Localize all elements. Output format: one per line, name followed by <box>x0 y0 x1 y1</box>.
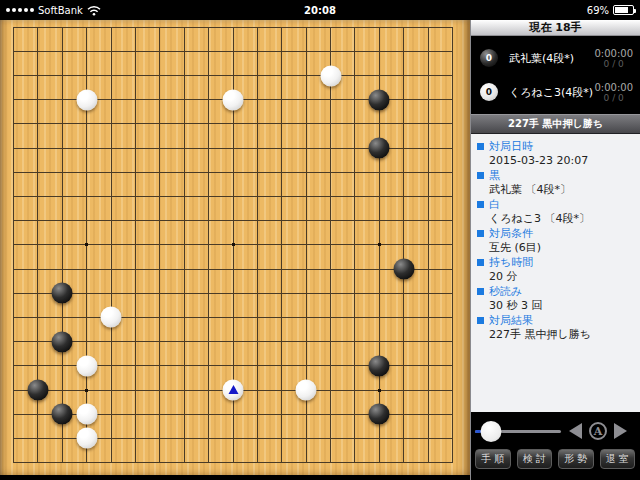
board-point-A16[interactable] <box>1 88 25 112</box>
board-point-S12[interactable] <box>416 184 440 208</box>
board-point-R7[interactable] <box>392 305 416 329</box>
board-point-B8[interactable] <box>26 281 50 305</box>
board-point-F6[interactable] <box>123 330 147 354</box>
board-point-J9[interactable] <box>196 257 220 281</box>
board-point-G18[interactable] <box>148 39 172 63</box>
board-point-R16[interactable] <box>392 88 416 112</box>
board-point-O18[interactable] <box>318 39 342 63</box>
board-point-H14[interactable] <box>172 136 196 160</box>
board-point-P16[interactable] <box>343 88 367 112</box>
board-point-P18[interactable] <box>343 39 367 63</box>
board-point-P15[interactable] <box>343 112 367 136</box>
board-point-T11[interactable] <box>440 209 464 233</box>
board-point-A5[interactable] <box>1 354 25 378</box>
board-point-C16[interactable] <box>50 88 74 112</box>
board-point-C4[interactable] <box>50 378 74 402</box>
board-point-O5[interactable] <box>318 354 342 378</box>
board-point-E1[interactable] <box>99 450 123 474</box>
board-point-L12[interactable] <box>245 184 269 208</box>
board-point-D2[interactable] <box>74 426 98 450</box>
board-point-B14[interactable] <box>26 136 50 160</box>
exit-room-button[interactable]: 退室 <box>600 449 636 469</box>
board-point-R19[interactable] <box>392 20 416 39</box>
board-point-P4[interactable] <box>343 378 367 402</box>
board-point-N19[interactable] <box>294 20 318 39</box>
board-point-P10[interactable] <box>343 233 367 257</box>
board-point-M11[interactable] <box>270 209 294 233</box>
board-point-Q12[interactable] <box>367 184 391 208</box>
board-point-F14[interactable] <box>123 136 147 160</box>
board-point-N2[interactable] <box>294 426 318 450</box>
board-point-N14[interactable] <box>294 136 318 160</box>
board-point-R15[interactable] <box>392 112 416 136</box>
board-point-G11[interactable] <box>148 209 172 233</box>
board-point-H3[interactable] <box>172 402 196 426</box>
board-point-T13[interactable] <box>440 160 464 184</box>
board-point-Q16[interactable] <box>367 88 391 112</box>
board-point-T4[interactable] <box>440 378 464 402</box>
board-point-O12[interactable] <box>318 184 342 208</box>
board-point-M2[interactable] <box>270 426 294 450</box>
board-point-P11[interactable] <box>343 209 367 233</box>
board-point-C18[interactable] <box>50 39 74 63</box>
board-point-H4[interactable] <box>172 378 196 402</box>
board-point-F15[interactable] <box>123 112 147 136</box>
board-point-S15[interactable] <box>416 112 440 136</box>
board-point-S3[interactable] <box>416 402 440 426</box>
board-point-K2[interactable] <box>221 426 245 450</box>
board-point-G7[interactable] <box>148 305 172 329</box>
board-point-K13[interactable] <box>221 160 245 184</box>
board-point-K7[interactable] <box>221 305 245 329</box>
board-point-M14[interactable] <box>270 136 294 160</box>
board-point-R13[interactable] <box>392 160 416 184</box>
board-point-L15[interactable] <box>245 112 269 136</box>
board-point-A11[interactable] <box>1 209 25 233</box>
board-point-K10[interactable] <box>221 233 245 257</box>
board-point-J13[interactable] <box>196 160 220 184</box>
board-point-T19[interactable] <box>440 20 464 39</box>
board-point-A1[interactable] <box>1 450 25 474</box>
board-point-D11[interactable] <box>74 209 98 233</box>
board-point-B17[interactable] <box>26 63 50 87</box>
board-point-R9[interactable] <box>392 257 416 281</box>
board-point-S9[interactable] <box>416 257 440 281</box>
board-point-P9[interactable] <box>343 257 367 281</box>
board-point-M16[interactable] <box>270 88 294 112</box>
board-point-C6[interactable] <box>50 330 74 354</box>
board-point-T16[interactable] <box>440 88 464 112</box>
board-point-A13[interactable] <box>1 160 25 184</box>
board-point-O10[interactable] <box>318 233 342 257</box>
board-point-D14[interactable] <box>74 136 98 160</box>
board-point-M3[interactable] <box>270 402 294 426</box>
board-point-E5[interactable] <box>99 354 123 378</box>
board-point-G13[interactable] <box>148 160 172 184</box>
next-move-icon[interactable] <box>614 423 627 439</box>
board-point-O11[interactable] <box>318 209 342 233</box>
board-point-O8[interactable] <box>318 281 342 305</box>
board-point-O1[interactable] <box>318 450 342 474</box>
board-point-T8[interactable] <box>440 281 464 305</box>
board-point-B12[interactable] <box>26 184 50 208</box>
board-point-J6[interactable] <box>196 330 220 354</box>
board-point-E6[interactable] <box>99 330 123 354</box>
board-point-O4[interactable] <box>318 378 342 402</box>
board-point-A10[interactable] <box>1 233 25 257</box>
board-point-T18[interactable] <box>440 39 464 63</box>
board-point-O15[interactable] <box>318 112 342 136</box>
board-point-H9[interactable] <box>172 257 196 281</box>
board-point-G15[interactable] <box>148 112 172 136</box>
board-point-Q11[interactable] <box>367 209 391 233</box>
board-point-D13[interactable] <box>74 160 98 184</box>
board-point-B1[interactable] <box>26 450 50 474</box>
board-point-M8[interactable] <box>270 281 294 305</box>
board-point-B13[interactable] <box>26 160 50 184</box>
board-point-H16[interactable] <box>172 88 196 112</box>
board-point-C7[interactable] <box>50 305 74 329</box>
board-point-S11[interactable] <box>416 209 440 233</box>
board-point-Q7[interactable] <box>367 305 391 329</box>
board-point-G6[interactable] <box>148 330 172 354</box>
board-point-R18[interactable] <box>392 39 416 63</box>
board-point-E2[interactable] <box>99 426 123 450</box>
board-point-T12[interactable] <box>440 184 464 208</box>
board-point-Q18[interactable] <box>367 39 391 63</box>
board-point-G12[interactable] <box>148 184 172 208</box>
board-point-B6[interactable] <box>26 330 50 354</box>
board-point-N16[interactable] <box>294 88 318 112</box>
board-point-C17[interactable] <box>50 63 74 87</box>
board-point-R5[interactable] <box>392 354 416 378</box>
board-point-D5[interactable] <box>74 354 98 378</box>
board-point-J17[interactable] <box>196 63 220 87</box>
board-point-G8[interactable] <box>148 281 172 305</box>
board-point-D3[interactable] <box>74 402 98 426</box>
board-point-Q6[interactable] <box>367 330 391 354</box>
board-point-K3[interactable] <box>221 402 245 426</box>
board-point-S10[interactable] <box>416 233 440 257</box>
board-point-N1[interactable] <box>294 450 318 474</box>
board-point-K12[interactable] <box>221 184 245 208</box>
board-point-B3[interactable] <box>26 402 50 426</box>
board-point-D10[interactable] <box>74 233 98 257</box>
board-point-M1[interactable] <box>270 450 294 474</box>
board-point-L18[interactable] <box>245 39 269 63</box>
board-point-L17[interactable] <box>245 63 269 87</box>
board-point-D17[interactable] <box>74 63 98 87</box>
board-point-M4[interactable] <box>270 378 294 402</box>
board-point-H13[interactable] <box>172 160 196 184</box>
board-point-L11[interactable] <box>245 209 269 233</box>
board-point-H19[interactable] <box>172 20 196 39</box>
board-point-S13[interactable] <box>416 160 440 184</box>
board-point-E3[interactable] <box>99 402 123 426</box>
board-point-J11[interactable] <box>196 209 220 233</box>
board-point-S2[interactable] <box>416 426 440 450</box>
board-point-B2[interactable] <box>26 426 50 450</box>
board-point-M12[interactable] <box>270 184 294 208</box>
board-point-Q5[interactable] <box>367 354 391 378</box>
moves-button[interactable]: 手順 <box>475 449 511 469</box>
board-point-E19[interactable] <box>99 20 123 39</box>
board-point-S7[interactable] <box>416 305 440 329</box>
board-point-R14[interactable] <box>392 136 416 160</box>
board-point-K6[interactable] <box>221 330 245 354</box>
board-point-M5[interactable] <box>270 354 294 378</box>
board-point-O7[interactable] <box>318 305 342 329</box>
board-point-T3[interactable] <box>440 402 464 426</box>
board-point-T7[interactable] <box>440 305 464 329</box>
board-point-A17[interactable] <box>1 63 25 87</box>
review-button[interactable]: 検討 <box>517 449 553 469</box>
board-point-E14[interactable] <box>99 136 123 160</box>
board-point-C2[interactable] <box>50 426 74 450</box>
board-point-N13[interactable] <box>294 160 318 184</box>
board-point-D4[interactable] <box>74 378 98 402</box>
board-point-L3[interactable] <box>245 402 269 426</box>
board-point-B15[interactable] <box>26 112 50 136</box>
board-point-F3[interactable] <box>123 402 147 426</box>
board-point-B10[interactable] <box>26 233 50 257</box>
board-point-N5[interactable] <box>294 354 318 378</box>
board-point-S4[interactable] <box>416 378 440 402</box>
board-point-P3[interactable] <box>343 402 367 426</box>
board-point-H17[interactable] <box>172 63 196 87</box>
board-point-D6[interactable] <box>74 330 98 354</box>
board-point-P7[interactable] <box>343 305 367 329</box>
board-point-K16[interactable] <box>221 88 245 112</box>
board-point-L8[interactable] <box>245 281 269 305</box>
board-point-R1[interactable] <box>392 450 416 474</box>
board-point-T14[interactable] <box>440 136 464 160</box>
board-point-G14[interactable] <box>148 136 172 160</box>
board-point-Q13[interactable] <box>367 160 391 184</box>
board-point-E9[interactable] <box>99 257 123 281</box>
board-point-G17[interactable] <box>148 63 172 87</box>
board-point-H8[interactable] <box>172 281 196 305</box>
board-point-J5[interactable] <box>196 354 220 378</box>
board-point-P1[interactable] <box>343 450 367 474</box>
board-point-L9[interactable] <box>245 257 269 281</box>
board-point-C3[interactable] <box>50 402 74 426</box>
board-point-S6[interactable] <box>416 330 440 354</box>
board-point-K11[interactable] <box>221 209 245 233</box>
board-point-P17[interactable] <box>343 63 367 87</box>
board-point-P19[interactable] <box>343 20 367 39</box>
board-point-D1[interactable] <box>74 450 98 474</box>
board-point-N10[interactable] <box>294 233 318 257</box>
board-point-J10[interactable] <box>196 233 220 257</box>
board-point-M6[interactable] <box>270 330 294 354</box>
board-point-C12[interactable] <box>50 184 74 208</box>
board-point-O9[interactable] <box>318 257 342 281</box>
board-point-A12[interactable] <box>1 184 25 208</box>
board-point-T10[interactable] <box>440 233 464 257</box>
board-point-E13[interactable] <box>99 160 123 184</box>
board-point-K5[interactable] <box>221 354 245 378</box>
board-point-Q14[interactable] <box>367 136 391 160</box>
board-point-L4[interactable] <box>245 378 269 402</box>
board-point-M19[interactable] <box>270 20 294 39</box>
board-point-H11[interactable] <box>172 209 196 233</box>
board-point-K1[interactable] <box>221 450 245 474</box>
board-point-Q9[interactable] <box>367 257 391 281</box>
board-point-P5[interactable] <box>343 354 367 378</box>
board-point-Q2[interactable] <box>367 426 391 450</box>
board-point-Q8[interactable] <box>367 281 391 305</box>
board-point-N9[interactable] <box>294 257 318 281</box>
board-point-E17[interactable] <box>99 63 123 87</box>
board-point-A9[interactable] <box>1 257 25 281</box>
board-point-G2[interactable] <box>148 426 172 450</box>
board-point-A2[interactable] <box>1 426 25 450</box>
board-point-C10[interactable] <box>50 233 74 257</box>
board-point-L16[interactable] <box>245 88 269 112</box>
board-point-O2[interactable] <box>318 426 342 450</box>
board-point-L5[interactable] <box>245 354 269 378</box>
board-point-P6[interactable] <box>343 330 367 354</box>
board-point-N17[interactable] <box>294 63 318 87</box>
board-point-N7[interactable] <box>294 305 318 329</box>
board-point-P8[interactable] <box>343 281 367 305</box>
board-point-M10[interactable] <box>270 233 294 257</box>
board-point-N3[interactable] <box>294 402 318 426</box>
board-point-B19[interactable] <box>26 20 50 39</box>
board-point-C15[interactable] <box>50 112 74 136</box>
prev-move-icon[interactable] <box>569 423 582 439</box>
board-point-S14[interactable] <box>416 136 440 160</box>
board-point-N6[interactable] <box>294 330 318 354</box>
board-point-S1[interactable] <box>416 450 440 474</box>
board-point-E18[interactable] <box>99 39 123 63</box>
board-point-M7[interactable] <box>270 305 294 329</box>
board-point-M9[interactable] <box>270 257 294 281</box>
board-point-F9[interactable] <box>123 257 147 281</box>
board-point-M17[interactable] <box>270 63 294 87</box>
board-point-G3[interactable] <box>148 402 172 426</box>
board-point-D19[interactable] <box>74 20 98 39</box>
board-point-M13[interactable] <box>270 160 294 184</box>
board-point-S19[interactable] <box>416 20 440 39</box>
board-point-G5[interactable] <box>148 354 172 378</box>
board-point-A14[interactable] <box>1 136 25 160</box>
board-point-E4[interactable] <box>99 378 123 402</box>
board-point-K17[interactable] <box>221 63 245 87</box>
board-point-T1[interactable] <box>440 450 464 474</box>
board-point-E15[interactable] <box>99 112 123 136</box>
board-point-T15[interactable] <box>440 112 464 136</box>
board-point-Q19[interactable] <box>367 20 391 39</box>
board-point-K18[interactable] <box>221 39 245 63</box>
board-point-C11[interactable] <box>50 209 74 233</box>
board-point-S5[interactable] <box>416 354 440 378</box>
board-point-M15[interactable] <box>270 112 294 136</box>
board-point-K9[interactable] <box>221 257 245 281</box>
board-point-E12[interactable] <box>99 184 123 208</box>
board-point-H10[interactable] <box>172 233 196 257</box>
board-point-F8[interactable] <box>123 281 147 305</box>
board-point-T6[interactable] <box>440 330 464 354</box>
board-point-J2[interactable] <box>196 426 220 450</box>
board-point-A7[interactable] <box>1 305 25 329</box>
board-point-J8[interactable] <box>196 281 220 305</box>
board-point-F16[interactable] <box>123 88 147 112</box>
board-point-J14[interactable] <box>196 136 220 160</box>
board-point-R17[interactable] <box>392 63 416 87</box>
board-point-J15[interactable] <box>196 112 220 136</box>
board-point-N12[interactable] <box>294 184 318 208</box>
board-point-Q15[interactable] <box>367 112 391 136</box>
board-point-N8[interactable] <box>294 281 318 305</box>
board-point-J16[interactable] <box>196 88 220 112</box>
board-point-G10[interactable] <box>148 233 172 257</box>
board-point-O17[interactable] <box>318 63 342 87</box>
board-point-J19[interactable] <box>196 20 220 39</box>
board-point-R3[interactable] <box>392 402 416 426</box>
board-point-R4[interactable] <box>392 378 416 402</box>
board-point-R2[interactable] <box>392 426 416 450</box>
auto-play-icon[interactable]: A <box>589 422 607 440</box>
board-point-F5[interactable] <box>123 354 147 378</box>
board-point-C8[interactable] <box>50 281 74 305</box>
board-point-F18[interactable] <box>123 39 147 63</box>
board-point-A6[interactable] <box>1 330 25 354</box>
evaluation-button[interactable]: 形勢 <box>558 449 594 469</box>
board-point-E10[interactable] <box>99 233 123 257</box>
board-point-T9[interactable] <box>440 257 464 281</box>
board-point-J4[interactable] <box>196 378 220 402</box>
board-point-O16[interactable] <box>318 88 342 112</box>
board-point-H15[interactable] <box>172 112 196 136</box>
board-point-R8[interactable] <box>392 281 416 305</box>
board-point-O3[interactable] <box>318 402 342 426</box>
board-point-B9[interactable] <box>26 257 50 281</box>
board-point-G19[interactable] <box>148 20 172 39</box>
board-point-D15[interactable] <box>74 112 98 136</box>
board-point-R12[interactable] <box>392 184 416 208</box>
board-point-N15[interactable] <box>294 112 318 136</box>
board-point-N11[interactable] <box>294 209 318 233</box>
board-point-L6[interactable] <box>245 330 269 354</box>
board-point-D16[interactable] <box>74 88 98 112</box>
board-point-P2[interactable] <box>343 426 367 450</box>
board-point-E11[interactable] <box>99 209 123 233</box>
board-point-F11[interactable] <box>123 209 147 233</box>
board-point-N4[interactable] <box>294 378 318 402</box>
board-point-T5[interactable] <box>440 354 464 378</box>
board-point-J1[interactable] <box>196 450 220 474</box>
board-point-F4[interactable] <box>123 378 147 402</box>
board-point-H18[interactable] <box>172 39 196 63</box>
board-point-Q10[interactable] <box>367 233 391 257</box>
board-point-C14[interactable] <box>50 136 74 160</box>
board-point-R11[interactable] <box>392 209 416 233</box>
board-point-A15[interactable] <box>1 112 25 136</box>
board-point-E8[interactable] <box>99 281 123 305</box>
board-point-D12[interactable] <box>74 184 98 208</box>
board-point-P12[interactable] <box>343 184 367 208</box>
board-point-E16[interactable] <box>99 88 123 112</box>
board-point-L13[interactable] <box>245 160 269 184</box>
board-point-A8[interactable] <box>1 281 25 305</box>
board-point-K15[interactable] <box>221 112 245 136</box>
board-point-R10[interactable] <box>392 233 416 257</box>
board-point-H7[interactable] <box>172 305 196 329</box>
board-point-E7[interactable] <box>99 305 123 329</box>
board-point-P13[interactable] <box>343 160 367 184</box>
